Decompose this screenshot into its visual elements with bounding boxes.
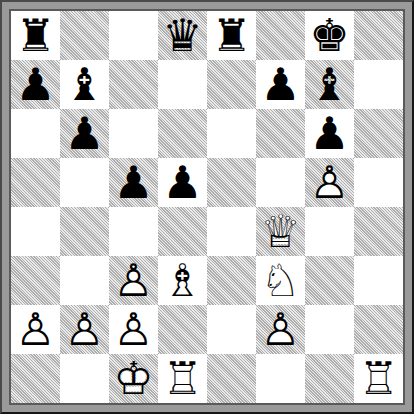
piece-black-bishop: ♝♝ — [60, 60, 109, 109]
square-a7[interactable]: ♟♟ — [11, 60, 60, 109]
piece-glyph: ♟ — [305, 109, 354, 158]
square-g8[interactable]: ♚♚ — [305, 11, 354, 60]
piece-glyph: ♔ — [109, 354, 158, 403]
square-d8[interactable]: ♛♛ — [158, 11, 207, 60]
piece-white-rook: ♜♖ — [354, 354, 403, 403]
square-b2[interactable]: ♟♙ — [60, 305, 109, 354]
square-g3[interactable] — [305, 256, 354, 305]
square-c3[interactable]: ♟♙ — [109, 256, 158, 305]
square-f1[interactable] — [256, 354, 305, 403]
square-e4[interactable] — [207, 207, 256, 256]
square-d3[interactable]: ♝♗ — [158, 256, 207, 305]
square-h6[interactable] — [354, 109, 403, 158]
square-h4[interactable] — [354, 207, 403, 256]
piece-white-rook: ♜♖ — [158, 354, 207, 403]
square-h1[interactable]: ♜♖ — [354, 354, 403, 403]
piece-black-pawn: ♟♟ — [256, 60, 305, 109]
square-f4[interactable]: ♛♕ — [256, 207, 305, 256]
square-f6[interactable] — [256, 109, 305, 158]
piece-glyph: ♜ — [207, 11, 256, 60]
piece-glyph: ♖ — [158, 354, 207, 403]
square-d5[interactable]: ♟♟ — [158, 158, 207, 207]
square-f8[interactable] — [256, 11, 305, 60]
chess-board-rim: ♜♜♛♛♜♜♚♚♟♟♝♝♟♟♝♝♟♟♟♟♟♟♟♟♟♙♛♕♟♙♝♗♞♘♟♙♟♙♟♙… — [9, 9, 405, 405]
square-g5[interactable]: ♟♙ — [305, 158, 354, 207]
square-c7[interactable] — [109, 60, 158, 109]
square-b6[interactable]: ♟♟ — [60, 109, 109, 158]
piece-glyph: ♟ — [256, 60, 305, 109]
square-e1[interactable] — [207, 354, 256, 403]
square-e2[interactable] — [207, 305, 256, 354]
piece-glyph: ♕ — [256, 207, 305, 256]
square-g1[interactable] — [305, 354, 354, 403]
square-e7[interactable] — [207, 60, 256, 109]
square-b3[interactable] — [60, 256, 109, 305]
piece-glyph: ♟ — [109, 158, 158, 207]
square-e6[interactable] — [207, 109, 256, 158]
piece-white-pawn: ♟♙ — [11, 305, 60, 354]
square-f7[interactable]: ♟♟ — [256, 60, 305, 109]
piece-glyph: ♙ — [109, 305, 158, 354]
square-f5[interactable] — [256, 158, 305, 207]
piece-black-rook: ♜♜ — [11, 11, 60, 60]
piece-white-knight: ♞♘ — [256, 256, 305, 305]
piece-glyph: ♜ — [11, 11, 60, 60]
square-d1[interactable]: ♜♖ — [158, 354, 207, 403]
square-c6[interactable] — [109, 109, 158, 158]
piece-glyph: ♙ — [60, 305, 109, 354]
piece-glyph: ♟ — [158, 158, 207, 207]
square-d6[interactable] — [158, 109, 207, 158]
square-e8[interactable]: ♜♜ — [207, 11, 256, 60]
piece-black-king: ♚♚ — [305, 11, 354, 60]
square-h2[interactable] — [354, 305, 403, 354]
square-c4[interactable] — [109, 207, 158, 256]
square-c8[interactable] — [109, 11, 158, 60]
square-c1[interactable]: ♚♔ — [109, 354, 158, 403]
piece-glyph: ♙ — [305, 158, 354, 207]
square-h3[interactable] — [354, 256, 403, 305]
piece-glyph: ♗ — [158, 256, 207, 305]
square-f2[interactable]: ♟♙ — [256, 305, 305, 354]
square-b8[interactable] — [60, 11, 109, 60]
square-g6[interactable]: ♟♟ — [305, 109, 354, 158]
piece-white-pawn: ♟♙ — [305, 158, 354, 207]
piece-black-pawn: ♟♟ — [60, 109, 109, 158]
piece-white-pawn: ♟♙ — [109, 305, 158, 354]
square-h8[interactable] — [354, 11, 403, 60]
chess-board-frame: ♜♜♛♛♜♜♚♚♟♟♝♝♟♟♝♝♟♟♟♟♟♟♟♟♟♙♛♕♟♙♝♗♞♘♟♙♟♙♟♙… — [0, 0, 414, 414]
square-e3[interactable] — [207, 256, 256, 305]
chess-board: ♜♜♛♛♜♜♚♚♟♟♝♝♟♟♝♝♟♟♟♟♟♟♟♟♟♙♛♕♟♙♝♗♞♘♟♙♟♙♟♙… — [11, 11, 403, 403]
piece-black-pawn: ♟♟ — [11, 60, 60, 109]
piece-black-bishop: ♝♝ — [305, 60, 354, 109]
square-c2[interactable]: ♟♙ — [109, 305, 158, 354]
piece-glyph: ♝ — [305, 60, 354, 109]
piece-white-queen: ♛♕ — [256, 207, 305, 256]
square-d4[interactable] — [158, 207, 207, 256]
chess-diagram: ♜♜♛♛♜♜♚♚♟♟♝♝♟♟♝♝♟♟♟♟♟♟♟♟♟♙♛♕♟♙♝♗♞♘♟♙♟♙♟♙… — [0, 0, 414, 414]
square-e5[interactable] — [207, 158, 256, 207]
square-b7[interactable]: ♝♝ — [60, 60, 109, 109]
square-a5[interactable] — [11, 158, 60, 207]
piece-glyph: ♙ — [256, 305, 305, 354]
square-a6[interactable] — [11, 109, 60, 158]
piece-white-pawn: ♟♙ — [60, 305, 109, 354]
square-h5[interactable] — [354, 158, 403, 207]
square-a8[interactable]: ♜♜ — [11, 11, 60, 60]
square-a2[interactable]: ♟♙ — [11, 305, 60, 354]
piece-black-rook: ♜♜ — [207, 11, 256, 60]
piece-white-pawn: ♟♙ — [256, 305, 305, 354]
piece-glyph: ♘ — [256, 256, 305, 305]
square-b4[interactable] — [60, 207, 109, 256]
piece-glyph: ♟ — [60, 109, 109, 158]
piece-white-bishop: ♝♗ — [158, 256, 207, 305]
square-a4[interactable] — [11, 207, 60, 256]
piece-black-pawn: ♟♟ — [305, 109, 354, 158]
piece-glyph: ♙ — [11, 305, 60, 354]
square-b5[interactable] — [60, 158, 109, 207]
square-a1[interactable] — [11, 354, 60, 403]
square-g4[interactable] — [305, 207, 354, 256]
square-d2[interactable] — [158, 305, 207, 354]
piece-white-king: ♚♔ — [109, 354, 158, 403]
piece-glyph: ♟ — [11, 60, 60, 109]
square-f3[interactable]: ♞♘ — [256, 256, 305, 305]
piece-glyph: ♚ — [305, 11, 354, 60]
piece-glyph: ♙ — [109, 256, 158, 305]
piece-white-pawn: ♟♙ — [109, 256, 158, 305]
piece-black-pawn: ♟♟ — [158, 158, 207, 207]
square-g7[interactable]: ♝♝ — [305, 60, 354, 109]
square-a3[interactable] — [11, 256, 60, 305]
square-b1[interactable] — [60, 354, 109, 403]
piece-glyph: ♖ — [354, 354, 403, 403]
square-h7[interactable] — [354, 60, 403, 109]
square-d7[interactable] — [158, 60, 207, 109]
piece-glyph: ♝ — [60, 60, 109, 109]
piece-black-queen: ♛♛ — [158, 11, 207, 60]
square-c5[interactable]: ♟♟ — [109, 158, 158, 207]
square-g2[interactable] — [305, 305, 354, 354]
piece-glyph: ♛ — [158, 11, 207, 60]
piece-black-pawn: ♟♟ — [109, 158, 158, 207]
